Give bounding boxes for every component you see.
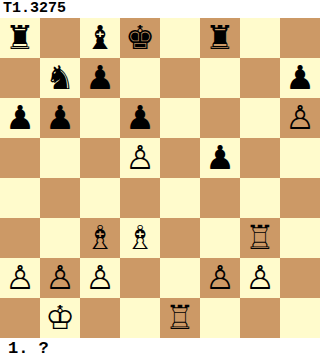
piece-white-pawn: ♙ [240,258,280,298]
square-e5[interactable] [160,138,200,178]
square-g8[interactable] [240,18,280,58]
square-c4[interactable] [80,178,120,218]
square-e6[interactable] [160,98,200,138]
square-c7[interactable]: ♟ [80,58,120,98]
piece-black-rook: ♜ [0,18,40,58]
piece-black-pawn: ♟ [40,98,80,138]
square-b4[interactable] [40,178,80,218]
square-b2[interactable]: ♙ [40,258,80,298]
square-c1[interactable] [80,298,120,338]
square-a1[interactable] [0,298,40,338]
square-e2[interactable] [160,258,200,298]
square-c3[interactable]: ♗ [80,218,120,258]
piece-white-pawn: ♙ [280,98,320,138]
square-d6[interactable]: ♟ [120,98,160,138]
square-c2[interactable]: ♙ [80,258,120,298]
piece-white-bishop: ♗ [80,218,120,258]
piece-black-pawn: ♟ [200,138,240,178]
square-h8[interactable] [280,18,320,58]
piece-black-pawn: ♟ [280,58,320,98]
piece-white-pawn: ♙ [200,258,240,298]
square-a5[interactable] [0,138,40,178]
square-h4[interactable] [280,178,320,218]
square-b3[interactable] [40,218,80,258]
square-b7[interactable]: ♞ [40,58,80,98]
square-c5[interactable] [80,138,120,178]
square-d2[interactable] [120,258,160,298]
piece-black-bishop: ♝ [80,18,120,58]
square-h1[interactable] [280,298,320,338]
square-h3[interactable] [280,218,320,258]
square-h6[interactable]: ♙ [280,98,320,138]
square-a4[interactable] [0,178,40,218]
square-d1[interactable] [120,298,160,338]
piece-black-knight: ♞ [40,58,80,98]
square-h5[interactable] [280,138,320,178]
square-a6[interactable]: ♟ [0,98,40,138]
square-g3[interactable]: ♖ [240,218,280,258]
move-prompt: 1. ? [0,338,320,360]
square-e8[interactable] [160,18,200,58]
piece-white-rook: ♖ [160,298,200,338]
piece-white-pawn: ♙ [80,258,120,298]
chess-diagram: T1.3275 ♜♝♚♜♞♟♟♟♟♟♙♙♟♗♗♖♙♙♙♙♙♔♖ 1. ? [0,0,320,360]
piece-white-pawn: ♙ [120,138,160,178]
square-d5[interactable]: ♙ [120,138,160,178]
square-f3[interactable] [200,218,240,258]
square-g2[interactable]: ♙ [240,258,280,298]
square-a7[interactable] [0,58,40,98]
square-f4[interactable] [200,178,240,218]
square-b1[interactable]: ♔ [40,298,80,338]
square-e4[interactable] [160,178,200,218]
square-g6[interactable] [240,98,280,138]
square-f5[interactable]: ♟ [200,138,240,178]
square-b5[interactable] [40,138,80,178]
square-g4[interactable] [240,178,280,218]
square-d7[interactable] [120,58,160,98]
piece-black-pawn: ♟ [120,98,160,138]
square-a2[interactable]: ♙ [0,258,40,298]
piece-white-rook: ♖ [240,218,280,258]
square-f1[interactable] [200,298,240,338]
piece-white-pawn: ♙ [40,258,80,298]
square-d3[interactable]: ♗ [120,218,160,258]
piece-black-pawn: ♟ [0,98,40,138]
square-b8[interactable] [40,18,80,58]
square-b6[interactable]: ♟ [40,98,80,138]
piece-white-bishop: ♗ [120,218,160,258]
piece-black-pawn: ♟ [80,58,120,98]
square-h7[interactable]: ♟ [280,58,320,98]
square-g7[interactable] [240,58,280,98]
square-f7[interactable] [200,58,240,98]
square-f8[interactable]: ♜ [200,18,240,58]
chess-board: ♜♝♚♜♞♟♟♟♟♟♙♙♟♗♗♖♙♙♙♙♙♔♖ [0,18,320,338]
square-e7[interactable] [160,58,200,98]
square-a8[interactable]: ♜ [0,18,40,58]
piece-black-rook: ♜ [200,18,240,58]
square-f2[interactable]: ♙ [200,258,240,298]
square-d4[interactable] [120,178,160,218]
square-c8[interactable]: ♝ [80,18,120,58]
square-a3[interactable] [0,218,40,258]
square-c6[interactable] [80,98,120,138]
puzzle-id-label: T1.3275 [0,0,320,18]
piece-white-pawn: ♙ [0,258,40,298]
square-e3[interactable] [160,218,200,258]
square-g1[interactable] [240,298,280,338]
square-f6[interactable] [200,98,240,138]
square-d8[interactable]: ♚ [120,18,160,58]
piece-white-king: ♔ [40,298,80,338]
square-g5[interactable] [240,138,280,178]
square-e1[interactable]: ♖ [160,298,200,338]
square-h2[interactable] [280,258,320,298]
piece-black-king: ♚ [120,18,160,58]
